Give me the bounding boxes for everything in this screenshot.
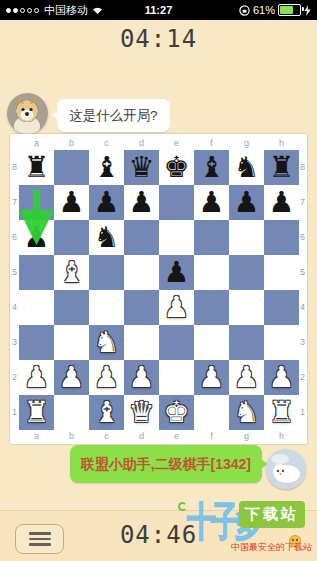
rank-label-2: 2	[298, 360, 307, 395]
square-e1[interactable]: ♚	[159, 395, 194, 430]
rank-label-6: 6	[10, 220, 19, 255]
square-b7[interactable]: ♟	[54, 185, 89, 220]
piece-black-pawn: ♟	[24, 220, 50, 255]
square-d5[interactable]	[124, 255, 159, 290]
piece-white-bishop: ♝	[59, 255, 85, 290]
rank-labels-left: 87654321	[10, 150, 19, 430]
file-label-b: b	[54, 430, 89, 444]
piece-black-pawn: ♟	[199, 185, 225, 220]
square-e6[interactable]	[159, 220, 194, 255]
chess-board-panel: abcdefgh 87654321 ♜♝♛♚♝♞♜♟♟♟♟♟♟♟♞♝♟♟♞♟♟♟…	[10, 134, 307, 444]
piece-white-pawn: ♟	[24, 360, 50, 395]
file-label-f: f	[194, 430, 229, 444]
square-d4[interactable]	[124, 290, 159, 325]
square-d6[interactable]	[124, 220, 159, 255]
piece-black-pawn: ♟	[129, 185, 155, 220]
square-f8[interactable]: ♝	[194, 150, 229, 185]
square-g8[interactable]: ♞	[229, 150, 264, 185]
rank-label-8: 8	[10, 150, 19, 185]
piece-black-bishop: ♝	[199, 150, 225, 185]
piece-white-king: ♚	[164, 395, 190, 430]
rank-label-3: 3	[298, 325, 307, 360]
rank-label-3: 3	[10, 325, 19, 360]
rank-label-7: 7	[298, 185, 307, 220]
square-d3[interactable]	[124, 325, 159, 360]
square-h2[interactable]: ♟	[264, 360, 299, 395]
square-f3[interactable]	[194, 325, 229, 360]
square-a5[interactable]	[19, 255, 54, 290]
square-f2[interactable]: ♟	[194, 360, 229, 395]
piece-black-king: ♚	[164, 150, 190, 185]
square-b6[interactable]	[54, 220, 89, 255]
square-a8[interactable]: ♜	[19, 150, 54, 185]
piece-white-pawn: ♟	[269, 360, 295, 395]
square-b5[interactable]: ♝	[54, 255, 89, 290]
incoming-chat-text: 这是什么开局?	[69, 108, 158, 123]
piece-white-rook: ♜	[269, 395, 295, 430]
square-f6[interactable]	[194, 220, 229, 255]
square-h1[interactable]: ♜	[264, 395, 299, 430]
square-a4[interactable]	[19, 290, 54, 325]
signal-strength-icon	[6, 8, 39, 13]
carrier-label: 中国移动	[44, 3, 88, 18]
square-h6[interactable]	[264, 220, 299, 255]
square-f5[interactable]	[194, 255, 229, 290]
piece-white-bishop: ♝	[94, 395, 120, 430]
square-c3[interactable]: ♞	[89, 325, 124, 360]
square-h4[interactable]	[264, 290, 299, 325]
square-d8[interactable]: ♛	[124, 150, 159, 185]
square-c8[interactable]: ♝	[89, 150, 124, 185]
square-h3[interactable]	[264, 325, 299, 360]
square-c2[interactable]: ♟	[89, 360, 124, 395]
piece-black-knight: ♞	[94, 220, 120, 255]
square-g5[interactable]	[229, 255, 264, 290]
status-bar: 中国移动 11:27 61%	[0, 0, 317, 20]
piece-white-knight: ♞	[94, 325, 120, 360]
square-a7[interactable]	[19, 185, 54, 220]
file-label-c: c	[89, 430, 124, 444]
square-a2[interactable]: ♟	[19, 360, 54, 395]
file-label-g: g	[229, 430, 264, 444]
square-g6[interactable]	[229, 220, 264, 255]
square-h8[interactable]: ♜	[264, 150, 299, 185]
square-e8[interactable]: ♚	[159, 150, 194, 185]
square-f1[interactable]	[194, 395, 229, 430]
piece-black-pawn: ♟	[94, 185, 120, 220]
piece-black-rook: ♜	[24, 150, 50, 185]
square-a6[interactable]: ♟	[19, 220, 54, 255]
square-c1[interactable]: ♝	[89, 395, 124, 430]
rank-labels-right: 87654321	[298, 150, 307, 430]
piece-white-pawn: ♟	[94, 360, 120, 395]
opponent-avatar[interactable]	[7, 93, 48, 134]
piece-white-pawn: ♟	[129, 360, 155, 395]
square-a3[interactable]	[19, 325, 54, 360]
player-avatar[interactable]	[266, 449, 306, 489]
rank-label-5: 5	[298, 255, 307, 290]
file-label-d: d	[124, 430, 159, 444]
file-label-f: f	[194, 134, 229, 150]
square-e2[interactable]	[159, 360, 194, 395]
piece-black-pawn: ♟	[59, 185, 85, 220]
file-labels-bottom: abcdefgh	[19, 430, 299, 444]
player-clock: 04:46	[0, 521, 317, 549]
chess-board-grid: ♜♝♛♚♝♞♜♟♟♟♟♟♟♟♞♝♟♟♞♟♟♟♟♟♟♟♜♝♛♚♞♜	[19, 150, 299, 430]
status-left: 中国移动	[6, 3, 104, 18]
square-c5[interactable]	[89, 255, 124, 290]
rank-label-5: 5	[10, 255, 19, 290]
rank-label-6: 6	[298, 220, 307, 255]
opponent-clock: 04:14	[0, 25, 317, 53]
piece-white-rook: ♜	[24, 395, 50, 430]
square-e5[interactable]: ♟	[159, 255, 194, 290]
rank-label-8: 8	[298, 150, 307, 185]
file-label-h: h	[264, 430, 299, 444]
file-label-e: e	[159, 430, 194, 444]
square-e3[interactable]	[159, 325, 194, 360]
square-g3[interactable]	[229, 325, 264, 360]
rank-label-2: 2	[10, 360, 19, 395]
square-d7[interactable]: ♟	[124, 185, 159, 220]
outgoing-chat-bubble: 联盟小助手,二级棋手[1342]	[70, 445, 262, 483]
file-label-h: h	[264, 134, 299, 150]
piece-black-pawn: ♟	[269, 185, 295, 220]
square-b3[interactable]	[54, 325, 89, 360]
file-label-b: b	[54, 134, 89, 150]
piece-white-pawn: ♟	[234, 360, 260, 395]
piece-black-rook: ♜	[269, 150, 295, 185]
piece-white-knight: ♞	[234, 395, 260, 430]
square-c4[interactable]	[89, 290, 124, 325]
file-label-a: a	[19, 430, 54, 444]
square-d2[interactable]: ♟	[124, 360, 159, 395]
rank-label-4: 4	[10, 290, 19, 325]
rank-label-4: 4	[298, 290, 307, 325]
square-a1[interactable]: ♜	[19, 395, 54, 430]
square-b8[interactable]	[54, 150, 89, 185]
incoming-chat-bubble: 这是什么开局?	[57, 99, 170, 132]
square-f4[interactable]	[194, 290, 229, 325]
file-label-g: g	[229, 134, 264, 150]
square-b2[interactable]: ♟	[54, 360, 89, 395]
outgoing-chat-text: 联盟小助手,二级棋手[1342]	[81, 456, 251, 472]
file-label-a: a	[19, 134, 54, 150]
square-e7[interactable]	[159, 185, 194, 220]
square-h5[interactable]	[264, 255, 299, 290]
cat-avatar-image	[266, 449, 306, 489]
square-g7[interactable]: ♟	[229, 185, 264, 220]
rank-label-1: 1	[298, 395, 307, 430]
square-h7[interactable]: ♟	[264, 185, 299, 220]
battery-icon	[278, 4, 301, 16]
piece-black-knight: ♞	[234, 150, 260, 185]
square-g4[interactable]	[229, 290, 264, 325]
square-d1[interactable]: ♛	[124, 395, 159, 430]
rank-label-1: 1	[10, 395, 19, 430]
file-label-c: c	[89, 134, 124, 150]
square-g1[interactable]: ♞	[229, 395, 264, 430]
chess-app-screen: 中国移动 11:27 61% 04:14	[0, 0, 317, 561]
square-f7[interactable]: ♟	[194, 185, 229, 220]
dog-avatar-image	[7, 93, 48, 134]
charging-icon	[304, 5, 311, 16]
piece-white-pawn: ♟	[199, 360, 225, 395]
rank-label-7: 7	[10, 185, 19, 220]
piece-black-queen: ♛	[129, 150, 155, 185]
piece-black-pawn: ♟	[164, 255, 190, 290]
piece-black-bishop: ♝	[94, 150, 120, 185]
square-c6[interactable]: ♞	[89, 220, 124, 255]
square-b1[interactable]	[54, 395, 89, 430]
file-label-d: d	[124, 134, 159, 150]
battery-percent: 61%	[253, 4, 275, 16]
file-labels-top: abcdefgh	[19, 134, 299, 150]
file-label-e: e	[159, 134, 194, 150]
wifi-icon	[91, 5, 104, 15]
piece-black-pawn: ♟	[234, 185, 260, 220]
square-c7[interactable]: ♟	[89, 185, 124, 220]
square-e4[interactable]: ♟	[159, 290, 194, 325]
square-g2[interactable]: ♟	[229, 360, 264, 395]
piece-white-pawn: ♟	[164, 290, 190, 325]
status-right: 61%	[239, 4, 311, 16]
piece-white-queen: ♛	[129, 395, 155, 430]
orientation-lock-icon	[239, 5, 250, 16]
piece-white-pawn: ♟	[59, 360, 85, 395]
square-b4[interactable]	[54, 290, 89, 325]
